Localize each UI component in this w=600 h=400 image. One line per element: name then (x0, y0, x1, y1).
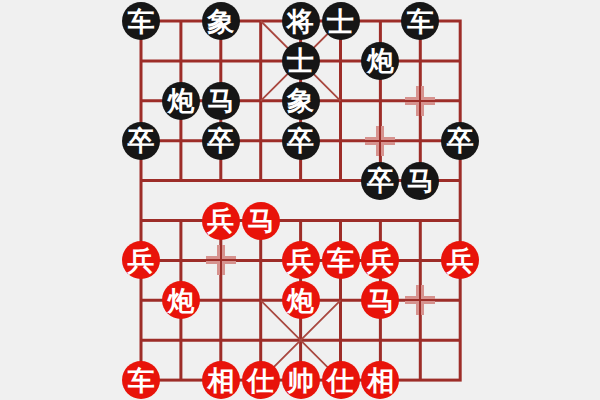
marker-corner (421, 285, 435, 299)
marker-corner (405, 86, 419, 100)
piece-red-horse[interactable]: 马 (242, 202, 280, 240)
piece-red-cannon[interactable]: 炮 (162, 281, 200, 319)
xiangqi-app: 车象将士车士炮炮马象卒卒卒卒卒马兵马兵兵车兵兵炮炮马车相仕帅仕相 (0, 0, 600, 400)
marker-corner (405, 102, 419, 116)
piece-red-soldier[interactable]: 兵 (361, 241, 399, 279)
piece-black-horse[interactable]: 马 (202, 82, 240, 120)
piece-black-soldier[interactable]: 卒 (122, 122, 160, 160)
piece-red-elephant[interactable]: 相 (361, 361, 399, 399)
xiangqi-board[interactable]: 车象将士车士炮炮马象卒卒卒卒卒马兵马兵兵车兵兵炮炮马车相仕帅仕相 (0, 0, 600, 400)
piece-red-horse[interactable]: 马 (361, 281, 399, 319)
last-move-marker (405, 86, 435, 116)
marker-corner (222, 245, 236, 259)
piece-black-advisor[interactable]: 士 (282, 42, 320, 80)
marker-corner (206, 245, 220, 259)
piece-black-soldier[interactable]: 卒 (441, 122, 479, 160)
marker-corner (421, 102, 435, 116)
marker-corner (365, 126, 379, 140)
marker-corner (206, 261, 220, 275)
marker-corner (381, 126, 395, 140)
marker-corner (381, 142, 395, 156)
piece-black-advisor[interactable]: 士 (322, 2, 360, 40)
piece-red-soldier[interactable]: 兵 (122, 241, 160, 279)
piece-black-chariot[interactable]: 车 (401, 2, 439, 40)
piece-black-soldier[interactable]: 卒 (361, 162, 399, 200)
piece-black-soldier[interactable]: 卒 (202, 122, 240, 160)
piece-red-soldier[interactable]: 兵 (282, 241, 320, 279)
piece-black-chariot[interactable]: 车 (122, 2, 160, 40)
piece-black-cannon[interactable]: 炮 (162, 82, 200, 120)
piece-red-general[interactable]: 帅 (282, 361, 320, 399)
marker-corner (421, 86, 435, 100)
marker-corner (405, 285, 419, 299)
piece-red-advisor[interactable]: 仕 (322, 361, 360, 399)
piece-red-elephant[interactable]: 相 (202, 361, 240, 399)
piece-red-advisor[interactable]: 仕 (242, 361, 280, 399)
piece-black-cannon[interactable]: 炮 (361, 42, 399, 80)
piece-black-soldier[interactable]: 卒 (282, 122, 320, 160)
piece-red-chariot[interactable]: 车 (122, 361, 160, 399)
piece-red-cannon[interactable]: 炮 (282, 281, 320, 319)
piece-black-elephant[interactable]: 象 (202, 2, 240, 40)
piece-red-soldier[interactable]: 兵 (202, 202, 240, 240)
last-move-marker (405, 285, 435, 315)
last-move-marker (206, 245, 236, 275)
piece-red-soldier[interactable]: 兵 (441, 241, 479, 279)
piece-black-general[interactable]: 将 (282, 2, 320, 40)
marker-corner (365, 142, 379, 156)
marker-corner (222, 261, 236, 275)
marker-corner (421, 301, 435, 315)
last-move-marker (365, 126, 395, 156)
piece-black-horse[interactable]: 马 (401, 162, 439, 200)
marker-corner (405, 301, 419, 315)
piece-red-chariot[interactable]: 车 (322, 241, 360, 279)
piece-black-elephant[interactable]: 象 (282, 82, 320, 120)
